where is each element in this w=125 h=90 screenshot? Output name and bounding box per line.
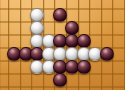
go-board[interactable]	[0, 0, 125, 90]
board-grid	[8, 9, 124, 87]
board-cell[interactable]	[113, 74, 125, 87]
board-cell[interactable]	[101, 22, 113, 35]
board-cell	[78, 61, 90, 74]
board-cell[interactable]	[78, 22, 90, 35]
board-cell	[101, 48, 113, 61]
board-cell	[31, 9, 43, 22]
board-cell[interactable]	[31, 74, 43, 87]
board-cell[interactable]	[8, 74, 20, 87]
board-cell[interactable]	[8, 61, 20, 74]
board-cell[interactable]	[89, 22, 101, 35]
board-cell[interactable]	[113, 9, 125, 22]
board-cell[interactable]	[113, 22, 125, 35]
board-cell[interactable]	[101, 35, 113, 48]
board-cell[interactable]	[89, 9, 101, 22]
board-cell[interactable]	[89, 35, 101, 48]
board-cell[interactable]	[8, 22, 20, 35]
board-cell[interactable]	[66, 74, 78, 87]
board-cell	[55, 9, 67, 22]
board-cell[interactable]	[89, 61, 101, 74]
board-cell[interactable]	[43, 22, 55, 35]
board-cell	[78, 35, 90, 48]
board-cell[interactable]	[8, 35, 20, 48]
board-cell[interactable]	[113, 48, 125, 61]
board-cell[interactable]	[78, 9, 90, 22]
board-cell[interactable]	[101, 74, 113, 87]
board-cell[interactable]	[8, 9, 20, 22]
board-cell[interactable]	[101, 61, 113, 74]
board-cell	[55, 74, 67, 87]
board-cell[interactable]	[66, 9, 78, 22]
board-cell[interactable]	[113, 35, 125, 48]
board-cell[interactable]	[101, 9, 113, 22]
board-cell[interactable]	[89, 74, 101, 87]
board-cell[interactable]	[113, 61, 125, 74]
board-cell[interactable]	[78, 74, 90, 87]
board-cell	[66, 22, 78, 35]
board-cell	[31, 22, 43, 35]
board-cell[interactable]	[20, 74, 32, 87]
